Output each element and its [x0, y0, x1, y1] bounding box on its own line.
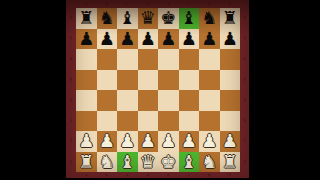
- square-d1[interactable]: ♛: [138, 152, 159, 173]
- square-g5[interactable]: [199, 70, 220, 91]
- piece-white-pawn[interactable]: ♟: [119, 132, 135, 150]
- piece-white-knight[interactable]: ♞: [99, 153, 115, 171]
- letterbox-right: [249, 0, 320, 180]
- square-g4[interactable]: [199, 90, 220, 111]
- square-d2[interactable]: ♟: [138, 131, 159, 152]
- square-b7[interactable]: ♟: [97, 29, 118, 50]
- piece-black-pawn[interactable]: ♟: [160, 30, 176, 48]
- square-g2[interactable]: ♟: [199, 131, 220, 152]
- piece-white-pawn[interactable]: ♟: [78, 132, 94, 150]
- square-h3[interactable]: [220, 111, 241, 132]
- square-d8[interactable]: ♛: [138, 8, 159, 29]
- square-e5[interactable]: [158, 70, 179, 91]
- square-e4[interactable]: [158, 90, 179, 111]
- square-c6[interactable]: [117, 49, 138, 70]
- square-f8[interactable]: ♝: [179, 8, 200, 29]
- file-label-e: e: [158, 172, 179, 178]
- piece-black-king[interactable]: ♚: [160, 9, 176, 27]
- square-c2[interactable]: ♟: [117, 131, 138, 152]
- file-label-d: d: [138, 0, 159, 8]
- piece-white-queen[interactable]: ♛: [140, 153, 156, 171]
- piece-black-rook[interactable]: ♜: [78, 9, 94, 27]
- file-label-g: g: [199, 172, 220, 178]
- piece-black-pawn[interactable]: ♟: [78, 30, 94, 48]
- square-e7[interactable]: ♟: [158, 29, 179, 50]
- rank-label-7: 7: [240, 29, 249, 50]
- square-g3[interactable]: [199, 111, 220, 132]
- file-label-d: d: [138, 172, 159, 178]
- rank-label-6: 6: [240, 49, 249, 70]
- piece-black-pawn[interactable]: ♟: [222, 30, 238, 48]
- piece-white-knight[interactable]: ♞: [201, 153, 217, 171]
- piece-white-pawn[interactable]: ♟: [140, 132, 156, 150]
- square-a6[interactable]: [76, 49, 97, 70]
- piece-black-pawn[interactable]: ♟: [140, 30, 156, 48]
- board-grid: ♜♞♝♛♚♝♞♜♟♟♟♟♟♟♟♟♟♟♟♟♟♟♟♟♜♞♝♛♚♝♞♜: [76, 8, 240, 172]
- piece-black-knight[interactable]: ♞: [201, 9, 217, 27]
- file-label-a: a: [76, 0, 97, 8]
- file-label-f: f: [179, 172, 200, 178]
- square-b6[interactable]: [97, 49, 118, 70]
- piece-black-queen[interactable]: ♛: [140, 9, 156, 27]
- square-h7[interactable]: ♟: [220, 29, 241, 50]
- piece-black-rook[interactable]: ♜: [222, 9, 238, 27]
- square-a3[interactable]: [76, 111, 97, 132]
- square-e1[interactable]: ♚: [158, 152, 179, 173]
- rank-label-1: 1: [66, 152, 76, 173]
- square-c5[interactable]: [117, 70, 138, 91]
- square-c4[interactable]: [117, 90, 138, 111]
- rank-label-5: 5: [240, 70, 249, 91]
- rank-label-5: 5: [66, 70, 76, 91]
- piece-black-knight[interactable]: ♞: [99, 9, 115, 27]
- piece-white-bishop[interactable]: ♝: [119, 153, 135, 171]
- file-labels-bottom: abcdefgh: [76, 172, 240, 178]
- square-a2[interactable]: ♟: [76, 131, 97, 152]
- square-c7[interactable]: ♟: [117, 29, 138, 50]
- file-label-a: a: [76, 172, 97, 178]
- square-e8[interactable]: ♚: [158, 8, 179, 29]
- square-a1[interactable]: ♜: [76, 152, 97, 173]
- square-h1[interactable]: ♜: [220, 152, 241, 173]
- square-g6[interactable]: [199, 49, 220, 70]
- square-d6[interactable]: [138, 49, 159, 70]
- square-h4[interactable]: [220, 90, 241, 111]
- file-label-f: f: [179, 0, 200, 8]
- square-b5[interactable]: [97, 70, 118, 91]
- rank-label-2: 2: [240, 131, 249, 152]
- piece-white-rook[interactable]: ♜: [222, 153, 238, 171]
- square-g1[interactable]: ♞: [199, 152, 220, 173]
- file-label-b: b: [97, 172, 118, 178]
- piece-white-pawn[interactable]: ♟: [222, 132, 238, 150]
- square-e2[interactable]: ♟: [158, 131, 179, 152]
- file-label-g: g: [199, 0, 220, 8]
- piece-black-pawn[interactable]: ♟: [181, 30, 197, 48]
- square-c1[interactable]: ♝: [117, 152, 138, 173]
- file-label-h: h: [220, 172, 241, 178]
- square-f1[interactable]: ♝: [179, 152, 200, 173]
- file-label-b: b: [97, 0, 118, 8]
- piece-black-pawn[interactable]: ♟: [119, 30, 135, 48]
- piece-white-king[interactable]: ♚: [160, 153, 176, 171]
- square-b1[interactable]: ♞: [97, 152, 118, 173]
- rank-label-1: 1: [240, 152, 249, 173]
- rank-label-7: 7: [66, 29, 76, 50]
- rank-label-8: 8: [66, 8, 76, 29]
- square-h8[interactable]: ♜: [220, 8, 241, 29]
- piece-white-pawn[interactable]: ♟: [99, 132, 115, 150]
- square-d4[interactable]: [138, 90, 159, 111]
- rank-label-3: 3: [66, 111, 76, 132]
- rank-label-6: 6: [66, 49, 76, 70]
- file-label-c: c: [117, 0, 138, 8]
- square-e6[interactable]: [158, 49, 179, 70]
- piece-black-bishop[interactable]: ♝: [119, 9, 135, 27]
- square-h5[interactable]: [220, 70, 241, 91]
- square-c3[interactable]: [117, 111, 138, 132]
- file-label-c: c: [117, 172, 138, 178]
- square-f3[interactable]: [179, 111, 200, 132]
- piece-black-pawn[interactable]: ♟: [201, 30, 217, 48]
- square-g7[interactable]: ♟: [199, 29, 220, 50]
- square-b4[interactable]: [97, 90, 118, 111]
- square-a5[interactable]: [76, 70, 97, 91]
- file-label-h: h: [220, 0, 241, 8]
- rank-labels-left: 87654321: [66, 8, 76, 172]
- square-b8[interactable]: ♞: [97, 8, 118, 29]
- square-f2[interactable]: ♟: [179, 131, 200, 152]
- rank-labels-right: 87654321: [240, 8, 249, 172]
- square-f7[interactable]: ♟: [179, 29, 200, 50]
- piece-white-pawn[interactable]: ♟: [160, 132, 176, 150]
- piece-black-pawn[interactable]: ♟: [99, 30, 115, 48]
- square-h6[interactable]: [220, 49, 241, 70]
- square-c8[interactable]: ♝: [117, 8, 138, 29]
- square-a8[interactable]: ♜: [76, 8, 97, 29]
- piece-white-bishop[interactable]: ♝: [181, 153, 197, 171]
- square-e3[interactable]: [158, 111, 179, 132]
- file-labels-top: abcdefgh: [76, 0, 240, 8]
- piece-white-pawn[interactable]: ♟: [201, 132, 217, 150]
- piece-black-bishop[interactable]: ♝: [181, 9, 197, 27]
- square-f5[interactable]: [179, 70, 200, 91]
- piece-white-rook[interactable]: ♜: [78, 153, 94, 171]
- rank-label-4: 4: [66, 90, 76, 111]
- square-d3[interactable]: [138, 111, 159, 132]
- square-f4[interactable]: [179, 90, 200, 111]
- square-d5[interactable]: [138, 70, 159, 91]
- square-b3[interactable]: [97, 111, 118, 132]
- square-a7[interactable]: ♟: [76, 29, 97, 50]
- square-d7[interactable]: ♟: [138, 29, 159, 50]
- rank-label-3: 3: [240, 111, 249, 132]
- square-g8[interactable]: ♞: [199, 8, 220, 29]
- square-a4[interactable]: [76, 90, 97, 111]
- square-f6[interactable]: [179, 49, 200, 70]
- chess-board: 87654321 87654321 abcdefgh abcdefgh ♜♞♝♛…: [66, 0, 249, 178]
- square-h2[interactable]: ♟: [220, 131, 241, 152]
- rank-label-8: 8: [240, 8, 249, 29]
- file-label-e: e: [158, 0, 179, 8]
- piece-white-pawn[interactable]: ♟: [181, 132, 197, 150]
- rank-label-2: 2: [66, 131, 76, 152]
- square-b2[interactable]: ♟: [97, 131, 118, 152]
- rank-label-4: 4: [240, 90, 249, 111]
- letterbox-left: [0, 0, 66, 180]
